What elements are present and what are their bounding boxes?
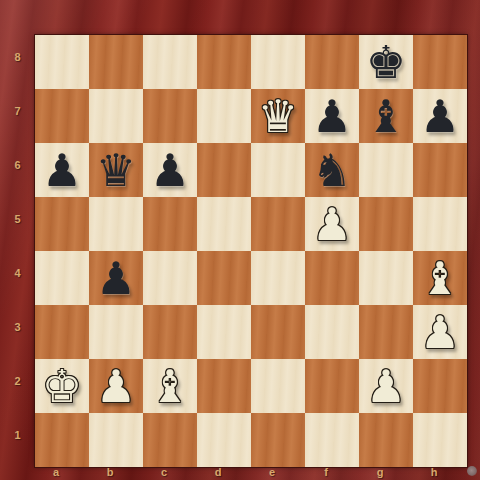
piece-black-pawn[interactable]: ♟	[96, 256, 136, 301]
square-c2[interactable]: ♝	[143, 359, 197, 413]
square-f7[interactable]: ♟	[305, 89, 359, 143]
square-e8[interactable]	[251, 35, 305, 89]
piece-white-bishop[interactable]: ♝	[420, 256, 460, 301]
square-b7[interactable]	[89, 89, 143, 143]
square-f3[interactable]	[305, 305, 359, 359]
square-d3[interactable]	[197, 305, 251, 359]
file-label-h: h	[407, 466, 461, 480]
square-f8[interactable]	[305, 35, 359, 89]
square-b1[interactable]	[89, 413, 143, 467]
rank-label-5: 5	[0, 197, 35, 251]
square-d8[interactable]	[197, 35, 251, 89]
square-g7[interactable]: ♝	[359, 89, 413, 143]
square-c6[interactable]: ♟	[143, 143, 197, 197]
piece-white-pawn[interactable]: ♟	[420, 310, 460, 355]
square-d2[interactable]	[197, 359, 251, 413]
square-f6[interactable]: ♞	[305, 143, 359, 197]
piece-white-bishop[interactable]: ♝	[150, 364, 190, 409]
square-e7[interactable]: ♛	[251, 89, 305, 143]
square-a2[interactable]: ♚	[35, 359, 89, 413]
square-g2[interactable]: ♟	[359, 359, 413, 413]
square-f1[interactable]	[305, 413, 359, 467]
square-f2[interactable]	[305, 359, 359, 413]
square-c5[interactable]	[143, 197, 197, 251]
piece-black-pawn[interactable]: ♟	[420, 94, 460, 139]
file-label-f: f	[299, 466, 353, 480]
square-c8[interactable]	[143, 35, 197, 89]
square-d4[interactable]	[197, 251, 251, 305]
rank-label-7: 7	[0, 89, 35, 143]
square-a3[interactable]	[35, 305, 89, 359]
piece-white-pawn[interactable]: ♟	[312, 202, 352, 247]
square-g6[interactable]	[359, 143, 413, 197]
square-e4[interactable]	[251, 251, 305, 305]
square-g1[interactable]	[359, 413, 413, 467]
square-d7[interactable]	[197, 89, 251, 143]
square-h1[interactable]	[413, 413, 467, 467]
square-e2[interactable]	[251, 359, 305, 413]
square-a8[interactable]	[35, 35, 89, 89]
square-g8[interactable]: ♚	[359, 35, 413, 89]
file-label-d: d	[191, 466, 245, 480]
rank-label-6: 6	[0, 143, 35, 197]
square-a5[interactable]	[35, 197, 89, 251]
piece-black-pawn[interactable]: ♟	[150, 148, 190, 193]
piece-black-pawn[interactable]: ♟	[312, 94, 352, 139]
square-c3[interactable]	[143, 305, 197, 359]
square-h8[interactable]	[413, 35, 467, 89]
piece-white-pawn[interactable]: ♟	[366, 364, 406, 409]
square-b8[interactable]	[89, 35, 143, 89]
square-a4[interactable]	[35, 251, 89, 305]
rank-label-8: 8	[0, 35, 35, 89]
square-a7[interactable]	[35, 89, 89, 143]
square-d5[interactable]	[197, 197, 251, 251]
piece-white-queen[interactable]: ♛	[258, 94, 298, 139]
board-frame: ♚♛♟♝♟♟♛♟♞♟♟♝♟♚♟♝♟ 87654321 abcdefgh	[0, 0, 480, 480]
piece-white-pawn[interactable]: ♟	[96, 364, 136, 409]
square-d1[interactable]	[197, 413, 251, 467]
square-c1[interactable]	[143, 413, 197, 467]
rank-label-2: 2	[0, 359, 35, 413]
square-g4[interactable]	[359, 251, 413, 305]
square-h7[interactable]: ♟	[413, 89, 467, 143]
file-label-c: c	[137, 466, 191, 480]
square-e3[interactable]	[251, 305, 305, 359]
square-h4[interactable]: ♝	[413, 251, 467, 305]
file-label-e: e	[245, 466, 299, 480]
square-f5[interactable]: ♟	[305, 197, 359, 251]
square-h6[interactable]	[413, 143, 467, 197]
file-label-g: g	[353, 466, 407, 480]
file-label-a: a	[29, 466, 83, 480]
square-b3[interactable]	[89, 305, 143, 359]
square-b6[interactable]: ♛	[89, 143, 143, 197]
square-c7[interactable]	[143, 89, 197, 143]
square-a6[interactable]: ♟	[35, 143, 89, 197]
square-f4[interactable]	[305, 251, 359, 305]
chess-board: ♚♛♟♝♟♟♛♟♞♟♟♝♟♚♟♝♟	[35, 35, 467, 467]
square-h5[interactable]	[413, 197, 467, 251]
square-a1[interactable]	[35, 413, 89, 467]
piece-black-pawn[interactable]: ♟	[42, 148, 82, 193]
piece-black-queen[interactable]: ♛	[96, 148, 136, 193]
square-g5[interactable]	[359, 197, 413, 251]
file-label-b: b	[83, 466, 137, 480]
square-h3[interactable]: ♟	[413, 305, 467, 359]
square-e6[interactable]	[251, 143, 305, 197]
watermark-dot	[467, 466, 477, 476]
piece-black-knight[interactable]: ♞	[312, 148, 352, 193]
square-b4[interactable]: ♟	[89, 251, 143, 305]
rank-label-4: 4	[0, 251, 35, 305]
square-e5[interactable]	[251, 197, 305, 251]
square-d6[interactable]	[197, 143, 251, 197]
square-b5[interactable]	[89, 197, 143, 251]
rank-label-3: 3	[0, 305, 35, 359]
square-e1[interactable]	[251, 413, 305, 467]
square-h2[interactable]	[413, 359, 467, 413]
square-c4[interactable]	[143, 251, 197, 305]
square-b2[interactable]: ♟	[89, 359, 143, 413]
piece-black-king[interactable]: ♚	[366, 40, 406, 85]
piece-white-king[interactable]: ♚	[42, 364, 82, 409]
rank-label-1: 1	[0, 413, 35, 467]
square-g3[interactable]	[359, 305, 413, 359]
piece-black-bishop[interactable]: ♝	[366, 94, 406, 139]
